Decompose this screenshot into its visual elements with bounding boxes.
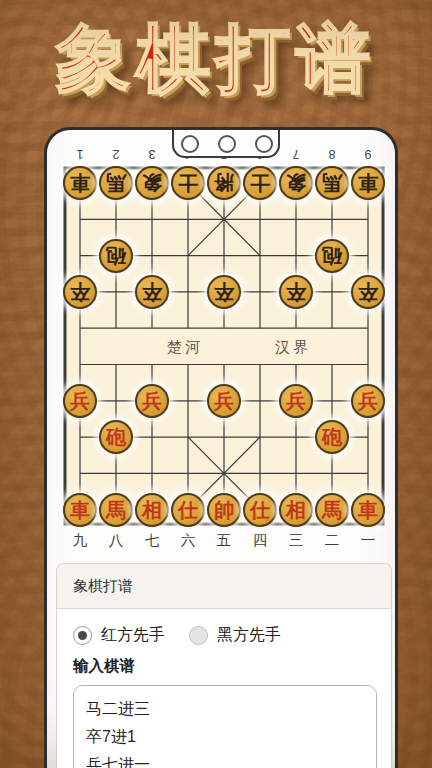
bottom-coord-4: 六 bbox=[178, 531, 198, 550]
piece-glyph: 仕 bbox=[178, 500, 198, 520]
piece-glyph: 相 bbox=[286, 500, 306, 520]
moves-input-label: 输入棋谱 bbox=[73, 656, 135, 677]
piece-glyph: 馬 bbox=[106, 173, 126, 193]
radio-black-first-circle[interactable] bbox=[189, 626, 208, 645]
xiangqi-piece-black-馬[interactable]: 馬 bbox=[315, 166, 349, 200]
radio-black-first-label: 黑方先手 bbox=[217, 625, 281, 646]
piece-glyph: 砲 bbox=[106, 427, 126, 447]
xiangqi-piece-red-兵[interactable]: 兵 bbox=[135, 384, 169, 418]
piece-glyph: 仕 bbox=[250, 500, 270, 520]
piece-glyph: 帥 bbox=[214, 500, 234, 520]
radio-red-first[interactable]: 红方先手 bbox=[73, 625, 165, 646]
xiangqi-piece-red-兵[interactable]: 兵 bbox=[63, 384, 97, 418]
piece-glyph: 車 bbox=[70, 500, 90, 520]
xiangqi-piece-red-兵[interactable]: 兵 bbox=[207, 384, 241, 418]
piece-glyph: 卒 bbox=[286, 282, 306, 302]
piece-glyph: 卒 bbox=[142, 282, 162, 302]
xiangqi-piece-red-砲[interactable]: 砲 bbox=[315, 420, 349, 454]
first-move-options: 红方先手 黑方先手 bbox=[73, 625, 281, 646]
panel-title: 象棋打谱 bbox=[57, 564, 391, 609]
piece-glyph: 砲 bbox=[322, 246, 342, 266]
piece-glyph: 士 bbox=[178, 173, 198, 193]
piece-glyph: 象 bbox=[142, 173, 162, 193]
xiangqi-piece-red-車[interactable]: 車 bbox=[63, 493, 97, 527]
piece-glyph: 兵 bbox=[286, 391, 306, 411]
xiangqi-piece-black-將[interactable]: 將 bbox=[207, 166, 241, 200]
piece-glyph: 兵 bbox=[358, 391, 378, 411]
piece-glyph: 馬 bbox=[322, 173, 342, 193]
bottom-coord-9: 一 bbox=[358, 531, 378, 550]
piece-glyph: 象 bbox=[286, 173, 306, 193]
xiangqi-piece-black-卒[interactable]: 卒 bbox=[135, 275, 169, 309]
piece-glyph: 士 bbox=[250, 173, 270, 193]
top-coord-1: 1 bbox=[72, 147, 88, 161]
piece-glyph: 卒 bbox=[358, 282, 378, 302]
xiangqi-piece-red-馬[interactable]: 馬 bbox=[99, 493, 133, 527]
xiangqi-piece-black-砲[interactable]: 砲 bbox=[99, 239, 133, 273]
camera-dot bbox=[218, 135, 236, 153]
xiangqi-piece-black-砲[interactable]: 砲 bbox=[315, 239, 349, 273]
xiangqi-piece-black-卒[interactable]: 卒 bbox=[351, 275, 385, 309]
xiangqi-piece-black-士[interactable]: 士 bbox=[243, 166, 277, 200]
xiangqi-piece-black-士[interactable]: 士 bbox=[171, 166, 205, 200]
phone-notch bbox=[172, 130, 280, 158]
xiangqi-piece-red-帥[interactable]: 帥 bbox=[207, 493, 241, 527]
xiangqi-piece-black-卒[interactable]: 卒 bbox=[207, 275, 241, 309]
piece-glyph: 兵 bbox=[142, 391, 162, 411]
piece-glyph: 相 bbox=[142, 500, 162, 520]
control-panel: 象棋打谱 红方先手 黑方先手 输入棋谱 bbox=[56, 563, 392, 768]
piece-glyph: 卒 bbox=[214, 282, 234, 302]
river-label-left: 楚河 bbox=[140, 338, 230, 357]
xiangqi-piece-black-卒[interactable]: 卒 bbox=[63, 275, 97, 309]
radio-black-first[interactable]: 黑方先手 bbox=[189, 625, 281, 646]
camera-dot bbox=[181, 135, 199, 153]
piece-glyph: 卒 bbox=[70, 282, 90, 302]
piece-glyph: 砲 bbox=[322, 427, 342, 447]
xiangqi-piece-black-車[interactable]: 車 bbox=[351, 166, 385, 200]
top-coord-7: 7 bbox=[288, 147, 304, 161]
xiangqi-piece-red-相[interactable]: 相 bbox=[279, 493, 313, 527]
piece-glyph: 兵 bbox=[70, 391, 90, 411]
xiangqi-piece-red-馬[interactable]: 馬 bbox=[315, 493, 349, 527]
app-background: 象棋打谱 楚河 汉界 123456789九八七六五四三二一 車馬象士將士象馬車砲… bbox=[0, 0, 432, 768]
xiangqi-piece-black-卒[interactable]: 卒 bbox=[279, 275, 313, 309]
xiangqi-piece-red-相[interactable]: 相 bbox=[135, 493, 169, 527]
bottom-coord-3: 七 bbox=[142, 531, 162, 550]
bottom-coord-2: 八 bbox=[106, 531, 126, 550]
xiangqi-piece-black-象[interactable]: 象 bbox=[135, 166, 169, 200]
xiangqi-piece-red-仕[interactable]: 仕 bbox=[243, 493, 277, 527]
xiangqi-piece-black-馬[interactable]: 馬 bbox=[99, 166, 133, 200]
piece-glyph: 車 bbox=[358, 173, 378, 193]
bottom-coord-8: 二 bbox=[322, 531, 342, 550]
piece-glyph: 馬 bbox=[322, 500, 342, 520]
piece-glyph: 馬 bbox=[106, 500, 126, 520]
top-coord-2: 2 bbox=[108, 147, 124, 161]
top-coord-3: 3 bbox=[144, 147, 160, 161]
camera-dot bbox=[255, 135, 273, 153]
bottom-coord-6: 四 bbox=[250, 531, 270, 550]
radio-red-first-circle[interactable] bbox=[73, 626, 92, 645]
radio-red-first-label: 红方先手 bbox=[101, 625, 165, 646]
bottom-coord-1: 九 bbox=[70, 531, 90, 550]
xiangqi-piece-red-兵[interactable]: 兵 bbox=[279, 384, 313, 418]
xiangqi-piece-black-象[interactable]: 象 bbox=[279, 166, 313, 200]
river-label-right: 汉界 bbox=[248, 338, 338, 357]
xiangqi-piece-red-車[interactable]: 車 bbox=[351, 493, 385, 527]
piece-glyph: 車 bbox=[70, 173, 90, 193]
bottom-coord-7: 三 bbox=[286, 531, 306, 550]
bottom-coord-5: 五 bbox=[214, 531, 234, 550]
xiangqi-piece-black-車[interactable]: 車 bbox=[63, 166, 97, 200]
piece-glyph: 砲 bbox=[106, 246, 126, 266]
piece-glyph: 車 bbox=[358, 500, 378, 520]
app-title: 象棋打谱 bbox=[0, 8, 432, 108]
xiangqi-piece-red-仕[interactable]: 仕 bbox=[171, 493, 205, 527]
top-coord-8: 8 bbox=[324, 147, 340, 161]
piece-glyph: 將 bbox=[214, 173, 234, 193]
xiangqi-piece-red-砲[interactable]: 砲 bbox=[99, 420, 133, 454]
xiangqi-piece-red-兵[interactable]: 兵 bbox=[351, 384, 385, 418]
moves-textarea[interactable] bbox=[73, 685, 377, 768]
piece-glyph: 兵 bbox=[214, 391, 234, 411]
top-coord-9: 9 bbox=[360, 147, 376, 161]
